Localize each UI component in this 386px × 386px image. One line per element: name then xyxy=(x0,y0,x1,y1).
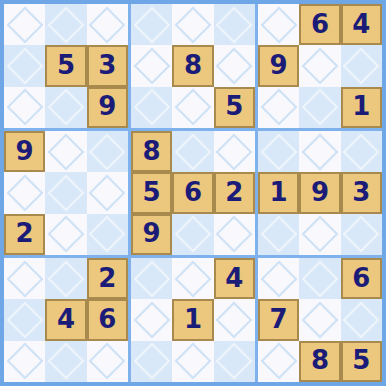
cell-r2c2: 5 xyxy=(45,45,86,86)
cell-r3c4[interactable] xyxy=(131,87,172,128)
cell-r2c3: 3 xyxy=(87,45,128,86)
cell-r7c2[interactable] xyxy=(45,258,86,299)
cell-r7c6: 4 xyxy=(214,258,255,299)
cell-r6c9[interactable] xyxy=(341,214,382,255)
diamond-icon xyxy=(89,175,126,212)
cell-r1c9: 4 xyxy=(341,4,382,45)
diamond-icon xyxy=(133,6,170,43)
diamond-icon xyxy=(89,343,126,380)
cell-r3c7[interactable] xyxy=(258,87,299,128)
cell-r8c1[interactable] xyxy=(4,299,45,340)
diamond-icon xyxy=(48,260,85,297)
diamond-icon xyxy=(89,133,126,170)
box-2: 85 xyxy=(131,4,255,128)
cell-r4c7[interactable] xyxy=(258,131,299,172)
sudoku-app: 5398564919285629193246416785 xyxy=(0,0,386,386)
cell-r6c2[interactable] xyxy=(45,214,86,255)
diamond-icon xyxy=(6,302,43,339)
cell-r4c9[interactable] xyxy=(341,131,382,172)
diamond-icon xyxy=(260,89,297,126)
cell-r6c3[interactable] xyxy=(87,214,128,255)
diamond-icon xyxy=(302,133,339,170)
diamond-icon xyxy=(343,216,380,253)
diamond-icon xyxy=(133,89,170,126)
cell-r8c9[interactable] xyxy=(341,299,382,340)
given-digit: 1 xyxy=(184,306,202,332)
cell-r1c5[interactable] xyxy=(172,4,213,45)
cell-r8c3: 6 xyxy=(87,299,128,340)
given-digit: 4 xyxy=(57,306,75,332)
diamond-icon xyxy=(6,6,43,43)
diamond-icon xyxy=(48,89,85,126)
box-5: 85629 xyxy=(131,131,255,255)
cell-r9c7[interactable] xyxy=(258,341,299,382)
given-digit: 9 xyxy=(143,220,161,246)
diamond-icon xyxy=(216,343,253,380)
diamond-icon xyxy=(48,343,85,380)
cell-r8c7: 7 xyxy=(258,299,299,340)
cell-r9c9: 5 xyxy=(341,341,382,382)
cell-r7c7[interactable] xyxy=(258,258,299,299)
cell-r4c2[interactable] xyxy=(45,131,86,172)
diamond-icon xyxy=(175,89,212,126)
diamond-icon xyxy=(48,216,85,253)
given-digit: 9 xyxy=(16,138,34,164)
cell-r2c7: 9 xyxy=(258,45,299,86)
diamond-icon xyxy=(343,302,380,339)
diamond-icon xyxy=(6,89,43,126)
given-digit: 6 xyxy=(184,179,202,205)
cell-r2c9[interactable] xyxy=(341,45,382,86)
cell-r9c2[interactable] xyxy=(45,341,86,382)
cell-r5c8: 9 xyxy=(299,172,340,213)
diamond-icon xyxy=(89,6,126,43)
cell-r5c7: 1 xyxy=(258,172,299,213)
given-digit: 7 xyxy=(270,306,288,332)
cell-r9c4[interactable] xyxy=(131,341,172,382)
box-8: 41 xyxy=(131,258,255,382)
diamond-icon xyxy=(260,133,297,170)
given-digit: 2 xyxy=(225,179,243,205)
cell-r9c8: 8 xyxy=(299,341,340,382)
cell-r6c5[interactable] xyxy=(172,214,213,255)
cell-r5c9: 3 xyxy=(341,172,382,213)
given-digit: 6 xyxy=(98,306,116,332)
given-digit: 9 xyxy=(98,93,116,119)
given-digit: 5 xyxy=(225,93,243,119)
diamond-icon xyxy=(175,216,212,253)
cell-r4c3[interactable] xyxy=(87,131,128,172)
given-digit: 4 xyxy=(352,11,370,37)
cell-r5c4: 5 xyxy=(131,172,172,213)
diamond-icon xyxy=(216,6,253,43)
cell-r2c4[interactable] xyxy=(131,45,172,86)
box-1: 539 xyxy=(4,4,128,128)
cell-r1c3[interactable] xyxy=(87,4,128,45)
cell-r7c3: 2 xyxy=(87,258,128,299)
cell-r4c8[interactable] xyxy=(299,131,340,172)
given-digit: 5 xyxy=(352,347,370,373)
cell-r6c1: 2 xyxy=(4,214,45,255)
cell-r6c4: 9 xyxy=(131,214,172,255)
cell-r5c5: 6 xyxy=(172,172,213,213)
cell-r9c1[interactable] xyxy=(4,341,45,382)
cell-r8c2: 4 xyxy=(45,299,86,340)
diamond-icon xyxy=(302,216,339,253)
cell-r3c2[interactable] xyxy=(45,87,86,128)
box-9: 6785 xyxy=(258,258,382,382)
given-digit: 9 xyxy=(270,52,288,78)
cell-r6c6[interactable] xyxy=(214,214,255,255)
diamond-icon xyxy=(302,302,339,339)
cell-r7c8[interactable] xyxy=(299,258,340,299)
cell-r3c3: 9 xyxy=(87,87,128,128)
cell-r8c5: 1 xyxy=(172,299,213,340)
diamond-icon xyxy=(133,48,170,85)
cell-r4c4: 8 xyxy=(131,131,172,172)
given-digit: 6 xyxy=(311,11,329,37)
diamond-icon xyxy=(260,343,297,380)
cell-r1c1[interactable] xyxy=(4,4,45,45)
diamond-icon xyxy=(6,343,43,380)
cell-r8c4[interactable] xyxy=(131,299,172,340)
diamond-icon xyxy=(6,260,43,297)
cell-r8c8[interactable] xyxy=(299,299,340,340)
box-6: 193 xyxy=(258,131,382,255)
diamond-icon xyxy=(216,216,253,253)
diamond-icon xyxy=(216,48,253,85)
given-digit: 5 xyxy=(143,179,161,205)
cell-r2c8[interactable] xyxy=(299,45,340,86)
cell-r7c4[interactable] xyxy=(131,258,172,299)
cell-r1c8: 6 xyxy=(299,4,340,45)
diamond-icon xyxy=(260,6,297,43)
cell-r6c8[interactable] xyxy=(299,214,340,255)
diamond-icon xyxy=(343,48,380,85)
given-digit: 8 xyxy=(184,52,202,78)
cell-r2c6[interactable] xyxy=(214,45,255,86)
cell-r5c2[interactable] xyxy=(45,172,86,213)
given-digit: 8 xyxy=(311,347,329,373)
diamond-icon xyxy=(175,133,212,170)
diamond-icon xyxy=(6,48,43,85)
diamond-icon xyxy=(175,260,212,297)
cell-r4c6[interactable] xyxy=(214,131,255,172)
cell-r7c1[interactable] xyxy=(4,258,45,299)
diamond-icon xyxy=(216,133,253,170)
diamond-icon xyxy=(302,260,339,297)
cell-r1c4[interactable] xyxy=(131,4,172,45)
diamond-icon xyxy=(216,302,253,339)
cell-r3c8[interactable] xyxy=(299,87,340,128)
diamond-icon xyxy=(302,89,339,126)
diamond-icon xyxy=(175,343,212,380)
given-digit: 2 xyxy=(16,220,34,246)
cell-r4c5[interactable] xyxy=(172,131,213,172)
cell-r5c6: 2 xyxy=(214,172,255,213)
diamond-icon xyxy=(89,216,126,253)
cell-r5c3[interactable] xyxy=(87,172,128,213)
cell-r2c5: 8 xyxy=(172,45,213,86)
diamond-icon xyxy=(133,302,170,339)
diamond-icon xyxy=(6,175,43,212)
cell-r2c1[interactable] xyxy=(4,45,45,86)
cell-r7c9: 6 xyxy=(341,258,382,299)
cell-r3c5[interactable] xyxy=(172,87,213,128)
cell-r9c6[interactable] xyxy=(214,341,255,382)
diamond-icon xyxy=(343,133,380,170)
given-digit: 2 xyxy=(98,265,116,291)
given-digit: 5 xyxy=(57,52,75,78)
box-7: 246 xyxy=(4,258,128,382)
given-digit: 6 xyxy=(352,265,370,291)
cell-r6c7[interactable] xyxy=(258,214,299,255)
box-3: 6491 xyxy=(258,4,382,128)
diamond-icon xyxy=(48,6,85,43)
cell-r3c6: 5 xyxy=(214,87,255,128)
diamond-icon xyxy=(133,260,170,297)
given-digit: 3 xyxy=(98,52,116,78)
given-digit: 1 xyxy=(270,179,288,205)
cell-r9c3[interactable] xyxy=(87,341,128,382)
box-4: 92 xyxy=(4,131,128,255)
cell-r4c1: 9 xyxy=(4,131,45,172)
diamond-icon xyxy=(260,260,297,297)
diamond-icon xyxy=(260,216,297,253)
cell-r8c6[interactable] xyxy=(214,299,255,340)
diamond-icon xyxy=(175,6,212,43)
cell-r3c9: 1 xyxy=(341,87,382,128)
cell-r7c5[interactable] xyxy=(172,258,213,299)
cell-r1c7[interactable] xyxy=(258,4,299,45)
diamond-icon xyxy=(48,133,85,170)
given-digit: 8 xyxy=(143,138,161,164)
diamond-icon xyxy=(48,175,85,212)
cell-r1c2[interactable] xyxy=(45,4,86,45)
cell-r5c1[interactable] xyxy=(4,172,45,213)
cell-r9c5[interactable] xyxy=(172,341,213,382)
sudoku-board: 5398564919285629193246416785 xyxy=(0,0,386,386)
diamond-icon xyxy=(302,48,339,85)
given-digit: 4 xyxy=(225,265,243,291)
cell-r1c6[interactable] xyxy=(214,4,255,45)
cell-r3c1[interactable] xyxy=(4,87,45,128)
given-digit: 3 xyxy=(352,179,370,205)
given-digit: 1 xyxy=(352,93,370,119)
given-digit: 9 xyxy=(311,179,329,205)
diamond-icon xyxy=(133,343,170,380)
